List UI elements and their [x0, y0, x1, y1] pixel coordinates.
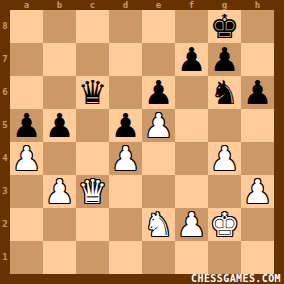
square-f5[interactable]	[175, 109, 208, 142]
piece-black-queen: ♛	[78, 76, 108, 109]
square-d4[interactable]: ♟	[109, 142, 142, 175]
piece-black-pawn: ♟	[243, 76, 273, 109]
square-h4[interactable]	[241, 142, 274, 175]
square-f3[interactable]	[175, 175, 208, 208]
square-e5[interactable]: ♟	[142, 109, 175, 142]
rank-label-6: 6	[0, 76, 10, 109]
square-c6[interactable]: ♛	[76, 76, 109, 109]
square-g8[interactable]: ♚	[208, 10, 241, 43]
square-g2[interactable]: ♚	[208, 208, 241, 241]
chess-diagram: abcdefgh 87654321 ♚♟♟♛♟♞♟♟♟♟♟♟♟♟♟♛♟♞♟♚ C…	[0, 0, 284, 284]
rank-label-5: 5	[0, 109, 10, 142]
square-d3[interactable]	[109, 175, 142, 208]
square-a5[interactable]: ♟	[10, 109, 43, 142]
square-a3[interactable]	[10, 175, 43, 208]
file-label-f: f	[175, 0, 208, 10]
piece-white-pawn: ♟	[111, 142, 141, 175]
square-c8[interactable]	[76, 10, 109, 43]
square-h3[interactable]: ♟	[241, 175, 274, 208]
square-d5[interactable]: ♟	[109, 109, 142, 142]
square-e2[interactable]: ♞	[142, 208, 175, 241]
square-b4[interactable]	[43, 142, 76, 175]
square-f6[interactable]	[175, 76, 208, 109]
square-a2[interactable]	[10, 208, 43, 241]
rank-label-2: 2	[0, 208, 10, 241]
square-g6[interactable]: ♞	[208, 76, 241, 109]
file-label-b: b	[43, 0, 76, 10]
rank-labels: 87654321	[0, 10, 10, 274]
square-b3[interactable]: ♟	[43, 175, 76, 208]
square-h8[interactable]	[241, 10, 274, 43]
file-label-c: c	[76, 0, 109, 10]
square-a4[interactable]: ♟	[10, 142, 43, 175]
square-f2[interactable]: ♟	[175, 208, 208, 241]
piece-black-pawn: ♟	[12, 109, 42, 142]
file-label-g: g	[208, 0, 241, 10]
square-h2[interactable]	[241, 208, 274, 241]
square-g7[interactable]: ♟	[208, 43, 241, 76]
square-a6[interactable]	[10, 76, 43, 109]
square-c7[interactable]	[76, 43, 109, 76]
rank-label-4: 4	[0, 142, 10, 175]
piece-black-pawn: ♟	[177, 43, 207, 76]
square-f8[interactable]	[175, 10, 208, 43]
square-c2[interactable]	[76, 208, 109, 241]
piece-black-pawn: ♟	[144, 76, 174, 109]
square-a8[interactable]	[10, 10, 43, 43]
square-h7[interactable]	[241, 43, 274, 76]
piece-white-pawn: ♟	[210, 142, 240, 175]
file-labels: abcdefgh	[10, 0, 274, 10]
square-c5[interactable]	[76, 109, 109, 142]
square-d6[interactable]	[109, 76, 142, 109]
file-label-h: h	[241, 0, 274, 10]
square-f1[interactable]	[175, 241, 208, 274]
square-d1[interactable]	[109, 241, 142, 274]
file-label-d: d	[109, 0, 142, 10]
piece-white-queen: ♛	[78, 175, 108, 208]
square-h1[interactable]	[241, 241, 274, 274]
site-label: CHESSGAMES.COM	[191, 274, 281, 284]
file-label-e: e	[142, 0, 175, 10]
square-b1[interactable]	[43, 241, 76, 274]
square-f7[interactable]: ♟	[175, 43, 208, 76]
square-c4[interactable]	[76, 142, 109, 175]
square-g3[interactable]	[208, 175, 241, 208]
square-g1[interactable]	[208, 241, 241, 274]
piece-white-king: ♚	[210, 208, 240, 241]
rank-label-1: 1	[0, 241, 10, 274]
piece-black-knight: ♞	[210, 76, 240, 109]
square-f4[interactable]	[175, 142, 208, 175]
square-g5[interactable]	[208, 109, 241, 142]
square-a7[interactable]	[10, 43, 43, 76]
file-label-a: a	[10, 0, 43, 10]
square-b8[interactable]	[43, 10, 76, 43]
rank-label-7: 7	[0, 43, 10, 76]
piece-white-pawn: ♟	[177, 208, 207, 241]
piece-white-pawn: ♟	[45, 175, 75, 208]
piece-white-pawn: ♟	[12, 142, 42, 175]
piece-black-pawn: ♟	[45, 109, 75, 142]
square-e1[interactable]	[142, 241, 175, 274]
chess-board: ♚♟♟♛♟♞♟♟♟♟♟♟♟♟♟♛♟♞♟♚	[10, 10, 274, 274]
piece-black-king: ♚	[210, 10, 240, 43]
square-b6[interactable]	[43, 76, 76, 109]
piece-white-knight: ♞	[144, 208, 174, 241]
piece-white-pawn: ♟	[243, 175, 273, 208]
square-d8[interactable]	[109, 10, 142, 43]
square-h5[interactable]	[241, 109, 274, 142]
rank-label-8: 8	[0, 10, 10, 43]
square-e3[interactable]	[142, 175, 175, 208]
square-g4[interactable]: ♟	[208, 142, 241, 175]
square-e4[interactable]	[142, 142, 175, 175]
square-e6[interactable]: ♟	[142, 76, 175, 109]
piece-black-pawn: ♟	[111, 109, 141, 142]
square-b5[interactable]: ♟	[43, 109, 76, 142]
piece-white-pawn: ♟	[144, 109, 174, 142]
square-d2[interactable]	[109, 208, 142, 241]
rank-label-3: 3	[0, 175, 10, 208]
square-c3[interactable]: ♛	[76, 175, 109, 208]
piece-black-pawn: ♟	[210, 43, 240, 76]
square-e7[interactable]	[142, 43, 175, 76]
square-d7[interactable]	[109, 43, 142, 76]
square-c1[interactable]	[76, 241, 109, 274]
square-e8[interactable]	[142, 10, 175, 43]
square-b2[interactable]	[43, 208, 76, 241]
square-h6[interactable]: ♟	[241, 76, 274, 109]
square-a1[interactable]	[10, 241, 43, 274]
square-b7[interactable]	[43, 43, 76, 76]
